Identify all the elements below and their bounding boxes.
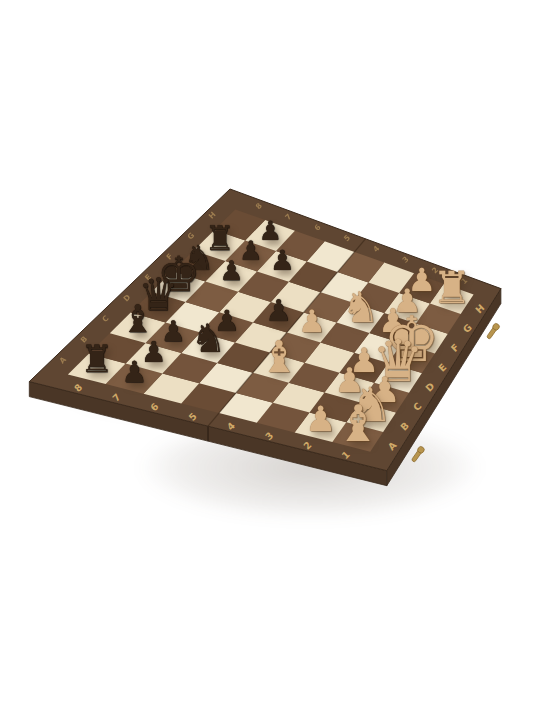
piece-black-R-a8[interactable]: ♜: [80, 341, 114, 379]
piece-black-P-g6[interactable]: ♟: [270, 247, 295, 275]
brass-latch-2[interactable]: [410, 445, 425, 463]
piece-black-P-f7[interactable]: ♟: [219, 258, 243, 285]
piece-white-B-a1[interactable]: ♝: [336, 399, 381, 449]
piece-black-B-c8[interactable]: ♝: [121, 300, 155, 338]
piece-black-P-e5[interactable]: ♟: [265, 296, 292, 326]
piece-black-P-a7[interactable]: ♟: [121, 358, 147, 387]
piece-white-P-a2[interactable]: ♟: [305, 402, 336, 437]
piece-white-P-e4[interactable]: ♟: [298, 306, 326, 337]
chess-product-photo: 1122334455667788AABBCCDDEEFFGGHH ♚♛♜♝♝♞♞…: [0, 0, 540, 720]
piece-white-B-c4[interactable]: ♝: [259, 335, 299, 379]
piece-black-N-c6[interactable]: ♞: [191, 319, 226, 358]
piece-white-N-f3[interactable]: ♞: [342, 286, 380, 328]
